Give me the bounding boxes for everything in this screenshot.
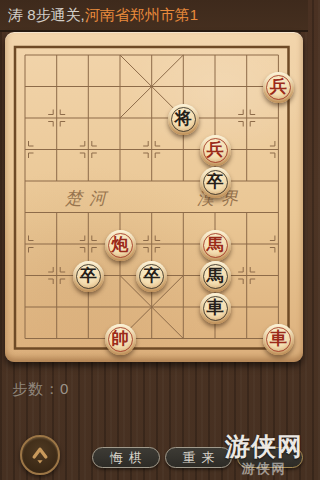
expand-menu-button[interactable] — [20, 435, 60, 475]
piece-glyph: 卒 — [80, 267, 97, 284]
challenge-text: 涛 8步通关, — [8, 6, 85, 25]
piece-red-帥[interactable]: 帥 — [105, 324, 136, 355]
piece-black-卒[interactable]: 卒 — [73, 261, 104, 292]
restart-button-label: 重来 — [183, 449, 221, 467]
piece-glyph: 兵 — [270, 78, 287, 95]
step-counter-label: 步数： — [12, 380, 60, 397]
piece-glyph: 馬 — [207, 236, 224, 253]
undo-button[interactable]: 悔棋 — [92, 447, 160, 468]
hidden-button-behind-watermark[interactable] — [237, 447, 303, 468]
header-bar: 涛 8步通关,河南省郑州市第1 — [0, 0, 308, 32]
piece-red-車[interactable]: 車 — [263, 324, 294, 355]
piece-glyph: 兵 — [207, 141, 224, 158]
piece-black-馬[interactable]: 馬 — [200, 261, 231, 292]
piece-black-将[interactable]: 将 — [168, 104, 199, 135]
chevron-up-icon — [27, 442, 53, 468]
step-counter: 步数：0 — [12, 380, 69, 399]
piece-red-兵[interactable]: 兵 — [200, 135, 231, 166]
piece-glyph: 炮 — [112, 236, 129, 253]
river-label-left: 楚河 — [65, 189, 113, 208]
undo-button-label: 悔棋 — [110, 449, 148, 467]
piece-glyph: 馬 — [207, 267, 224, 284]
piece-glyph: 卒 — [143, 267, 160, 284]
piece-glyph: 卒 — [207, 173, 224, 190]
xiangqi-board[interactable]: 楚河 漢界 兵将兵卒炮馬卒卒馬車帥車 — [5, 32, 303, 362]
location-rank-text: 河南省郑州市第1 — [85, 6, 198, 25]
piece-black-卒[interactable]: 卒 — [200, 167, 231, 198]
restart-button[interactable]: 重来 — [165, 447, 232, 468]
step-counter-value: 0 — [60, 380, 69, 397]
piece-black-車[interactable]: 車 — [200, 293, 231, 324]
piece-black-卒[interactable]: 卒 — [136, 261, 167, 292]
piece-red-馬[interactable]: 馬 — [200, 230, 231, 261]
piece-glyph: 帥 — [112, 330, 129, 347]
piece-glyph: 将 — [175, 110, 192, 127]
piece-glyph: 車 — [207, 299, 224, 316]
piece-red-兵[interactable]: 兵 — [263, 72, 294, 103]
piece-red-炮[interactable]: 炮 — [105, 230, 136, 261]
board-grid: 楚河 漢界 — [5, 32, 303, 362]
piece-glyph: 車 — [270, 330, 287, 347]
